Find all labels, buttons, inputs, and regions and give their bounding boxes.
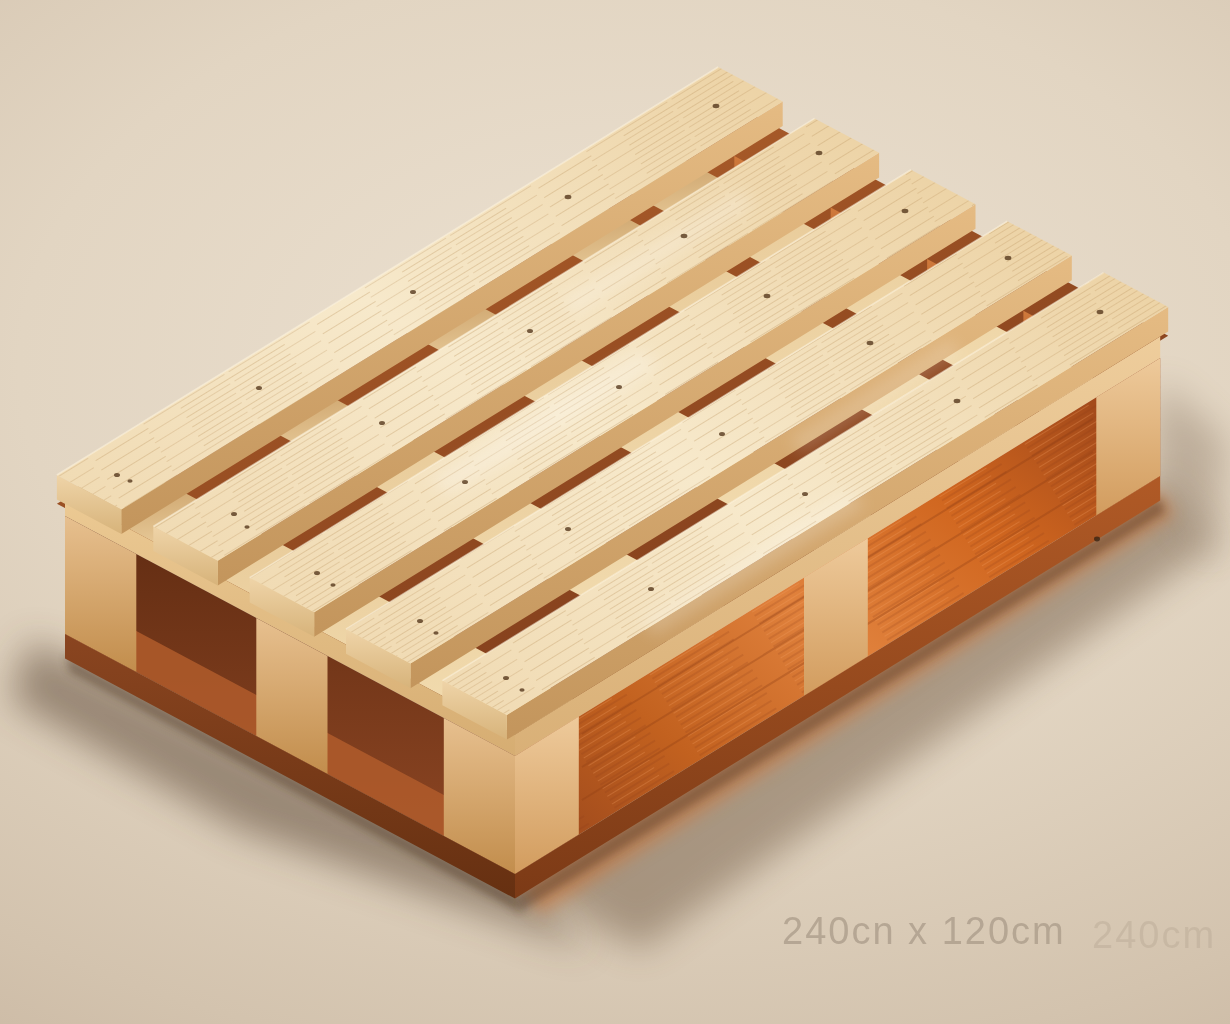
pallet-illustration: 240cn x 120cm 240cm bbox=[0, 0, 1230, 1024]
dimension-label: 240cn x 120cm bbox=[782, 910, 1066, 952]
studio-backdrop: 240cn x 120cm 240cm bbox=[0, 0, 1230, 1024]
floor-speck bbox=[1094, 537, 1100, 542]
dimension-label-faint: 240cm bbox=[1092, 914, 1216, 956]
